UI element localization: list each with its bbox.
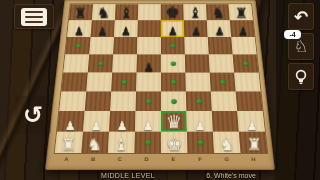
square-e1[interactable]: ♚: [161, 132, 188, 153]
square-e6[interactable]: [161, 37, 185, 54]
square-h6[interactable]: [231, 37, 256, 54]
menu-button[interactable]: [14, 4, 54, 29]
piece-white-bishop[interactable]: ♝: [108, 136, 135, 153]
square-g1[interactable]: ♞: [213, 132, 241, 153]
piece-black-rook[interactable]: ♜: [69, 6, 92, 20]
square-d7[interactable]: [137, 20, 160, 37]
piece-black-bishop[interactable]: ♝: [184, 6, 207, 20]
lightbulb-icon: [293, 68, 309, 86]
piece-white-pawn[interactable]: ♟: [109, 119, 135, 132]
piece-black-pawn[interactable]: ♟: [114, 26, 137, 37]
square-d8[interactable]: [138, 4, 161, 20]
legal-move-dot: [220, 80, 226, 85]
square-b2[interactable]: ♟: [83, 111, 110, 132]
square-b8[interactable]: ♞: [92, 4, 116, 20]
square-c6[interactable]: [113, 37, 137, 54]
legal-move-dot: [145, 140, 151, 145]
square-d5[interactable]: ♟: [137, 54, 161, 72]
piece-black-pawn[interactable]: ♟: [184, 26, 207, 37]
square-f4[interactable]: [185, 73, 210, 92]
square-b1[interactable]: ♞: [81, 132, 109, 153]
piece-black-pawn[interactable]: ♟: [208, 26, 231, 37]
undo-icon: ↶: [294, 7, 308, 27]
legal-move-dot: [121, 80, 127, 85]
square-h5[interactable]: [233, 54, 259, 72]
square-g4[interactable]: [210, 73, 236, 92]
square-d6[interactable]: [137, 37, 161, 54]
square-e5[interactable]: [161, 54, 185, 72]
piece-black-knight[interactable]: ♞: [92, 6, 115, 20]
square-h7[interactable]: ♟: [230, 20, 255, 37]
square-f6[interactable]: [184, 37, 208, 54]
square-a1[interactable]: ♜: [55, 132, 83, 153]
piece-black-pawn[interactable]: ♟: [67, 26, 90, 37]
board-3d-wrapper: ♜♞♝♚♝♞♜♟♟♟♟♟♟♟♟♟♟♟♟♛♟♟♜♞♝♚♞♜ ABCDEFGH: [45, 0, 275, 170]
square-b3[interactable]: [85, 91, 111, 111]
piece-black-pawn[interactable]: ♟: [231, 26, 254, 37]
file-label-g: G: [213, 154, 240, 166]
square-h8[interactable]: ♜: [229, 4, 253, 20]
file-label-d: D: [133, 154, 160, 166]
legal-move-dot: [170, 80, 176, 85]
legal-move-dot: [243, 61, 249, 65]
piece-white-pawn[interactable]: ♟: [135, 119, 161, 132]
square-a5[interactable]: [63, 54, 89, 72]
file-label-c: C: [106, 154, 133, 166]
square-c7[interactable]: ♟: [114, 20, 138, 37]
rotate-board-button[interactable]: ↺: [15, 96, 51, 134]
file-label-b: B: [79, 154, 106, 166]
file-label-e: E: [160, 154, 187, 166]
piece-white-king[interactable]: ♚: [161, 134, 188, 153]
chess-board[interactable]: ♜♞♝♚♝♞♜♟♟♟♟♟♟♟♟♟♟♟♟♛♟♟♜♞♝♚♞♜: [54, 4, 269, 154]
legal-move-dot: [170, 61, 175, 65]
square-d1[interactable]: [134, 132, 161, 153]
piece-white-rook[interactable]: ♜: [55, 136, 82, 153]
square-e7[interactable]: ♟: [161, 20, 184, 37]
rotate-board-icon: ↺: [23, 103, 43, 127]
square-f8[interactable]: ♝: [183, 4, 206, 20]
chess-app-window: ♜♞♝♚♝♞♜♟♟♟♟♟♟♟♟♟♟♟♟♛♟♟♜♞♝♚♞♜ ABCDEFGH ↺ …: [0, 0, 320, 180]
square-d4[interactable]: [136, 73, 161, 92]
square-a3[interactable]: [59, 91, 86, 111]
piece-black-pawn[interactable]: ♟: [161, 26, 184, 37]
piece-black-king[interactable]: ♚: [161, 4, 184, 20]
square-c1[interactable]: ♝: [108, 132, 135, 153]
piece-black-rook[interactable]: ♜: [230, 6, 253, 20]
piece-white-pawn[interactable]: ♟: [239, 119, 265, 132]
legal-move-dot: [171, 99, 177, 104]
square-c8[interactable]: ♝: [115, 4, 138, 20]
legal-move-dot: [196, 99, 202, 104]
square-b5[interactable]: [88, 54, 113, 72]
legal-move-dot: [146, 99, 152, 104]
square-a7[interactable]: ♟: [67, 20, 92, 37]
square-d2[interactable]: ♟: [135, 111, 161, 132]
square-f1[interactable]: [187, 132, 214, 153]
piece-white-pawn[interactable]: ♟: [57, 119, 83, 132]
move-indicator: 6. White's move: [196, 172, 266, 179]
square-g6[interactable]: [208, 37, 233, 54]
square-b4[interactable]: [86, 73, 112, 92]
square-c5[interactable]: [112, 54, 137, 72]
legal-move-dot: [197, 140, 203, 145]
knight-icon: ♘: [294, 37, 308, 56]
undo-button[interactable]: ↶: [288, 3, 314, 30]
square-e3[interactable]: [161, 91, 186, 111]
piece-white-knight[interactable]: ♞: [81, 136, 108, 153]
square-e4[interactable]: [161, 73, 186, 92]
piece-white-rook[interactable]: ♜: [241, 136, 268, 153]
piece-black-pawn[interactable]: ♟: [91, 26, 114, 37]
square-e8[interactable]: ♚: [161, 4, 184, 20]
square-g7[interactable]: ♟: [207, 20, 231, 37]
square-a8[interactable]: ♜: [69, 4, 93, 20]
file-label-f: F: [187, 154, 214, 166]
piece-white-pawn[interactable]: ♟: [83, 119, 109, 132]
square-f3[interactable]: [186, 91, 212, 111]
square-g5[interactable]: [209, 54, 234, 72]
piece-black-knight[interactable]: ♞: [207, 6, 230, 20]
square-f5[interactable]: [185, 54, 210, 72]
piece-white-pawn[interactable]: ♟: [187, 119, 213, 132]
hamburger-icon: [21, 8, 47, 26]
square-e2[interactable]: ♛: [161, 111, 187, 132]
legal-move-dot: [75, 44, 81, 48]
square-h3[interactable]: [236, 91, 263, 111]
square-g3[interactable]: [211, 91, 237, 111]
hint-button[interactable]: [288, 63, 314, 90]
square-c3[interactable]: [110, 91, 136, 111]
square-g8[interactable]: ♞: [206, 4, 230, 20]
legal-move-dot: [170, 44, 175, 48]
material-balance-badge: -4: [284, 30, 301, 39]
difficulty-label: MIDDLE LEVEL: [96, 172, 160, 179]
square-h4[interactable]: [234, 73, 260, 92]
piece-white-queen[interactable]: ♛: [161, 113, 187, 131]
square-b7[interactable]: ♟: [91, 20, 115, 37]
piece-black-bishop[interactable]: ♝: [115, 6, 138, 20]
board-frame: ♜♞♝♚♝♞♜♟♟♟♟♟♟♟♟♟♟♟♟♛♟♟♜♞♝♚♞♜ ABCDEFGH: [45, 0, 275, 170]
file-label-h: H: [240, 154, 268, 166]
square-g2[interactable]: [212, 111, 239, 132]
square-f7[interactable]: ♟: [184, 20, 208, 37]
file-label-a: A: [52, 154, 80, 166]
square-c2[interactable]: ♟: [109, 111, 136, 132]
square-f2[interactable]: ♟: [186, 111, 213, 132]
square-a2[interactable]: ♟: [57, 111, 85, 132]
square-h2[interactable]: ♟: [237, 111, 265, 132]
square-a4[interactable]: [61, 73, 87, 92]
square-c4[interactable]: [111, 73, 136, 92]
piece-black-pawn[interactable]: ♟: [137, 61, 161, 73]
square-h1[interactable]: ♜: [239, 132, 267, 153]
file-labels: ABCDEFGH: [52, 154, 267, 166]
square-d3[interactable]: [136, 91, 161, 111]
piece-white-knight[interactable]: ♞: [214, 136, 241, 153]
square-b6[interactable]: [89, 37, 114, 54]
legal-move-dot: [98, 61, 104, 65]
square-a6[interactable]: [65, 37, 90, 54]
